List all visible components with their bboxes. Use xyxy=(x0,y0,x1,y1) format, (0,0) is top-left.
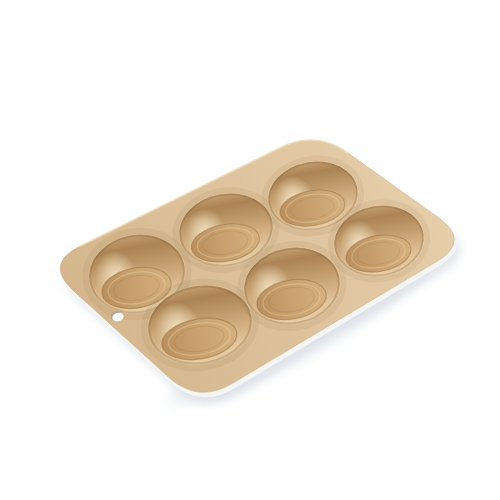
product-photo: 6-cup muffin pan xyxy=(0,0,500,500)
muffin-pan-illustration: 6-cup muffin pan xyxy=(0,0,500,500)
